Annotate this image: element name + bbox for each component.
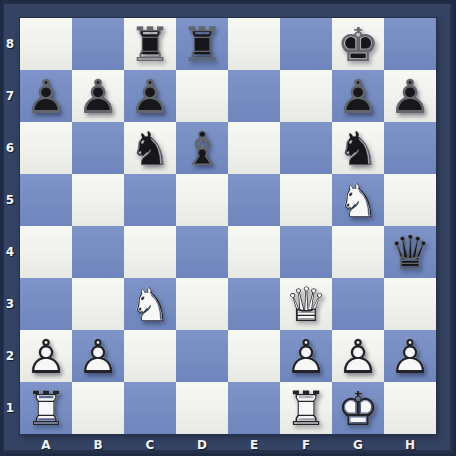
white-pawn[interactable]: ♟♙	[332, 330, 384, 382]
black-bishop-outline-icon: ♗	[176, 122, 228, 174]
file-label-g: G	[332, 434, 384, 456]
black-pawn-outline-icon: ♙	[332, 70, 384, 122]
square-f5[interactable]	[280, 174, 332, 226]
square-c6[interactable]: ♞♘	[124, 122, 176, 174]
square-c7[interactable]: ♟♙	[124, 70, 176, 122]
white-queen-outline-icon: ♕	[280, 278, 332, 330]
square-g6[interactable]: ♞♘	[332, 122, 384, 174]
file-label-e: E	[228, 434, 280, 456]
white-pawn-outline-icon: ♙	[72, 330, 124, 382]
square-e3[interactable]	[228, 278, 280, 330]
black-pawn-outline-icon: ♙	[384, 70, 436, 122]
square-g4[interactable]	[332, 226, 384, 278]
board-frame: 87654321 ABCDEFGH ♜♖♜♖♚♔♟♙♟♙♟♙♟♙♟♙♞♘♝♗♞♘…	[0, 0, 456, 456]
square-f2[interactable]: ♟♙	[280, 330, 332, 382]
rank-label-2: 2	[0, 330, 20, 382]
rank-label-5: 5	[0, 174, 20, 226]
square-a7[interactable]: ♟♙	[20, 70, 72, 122]
square-b6[interactable]	[72, 122, 124, 174]
black-bishop[interactable]: ♝♗	[176, 122, 228, 174]
black-knight-outline-icon: ♘	[332, 122, 384, 174]
black-knight-outline-icon: ♘	[124, 122, 176, 174]
black-knight[interactable]: ♞♘	[332, 122, 384, 174]
white-pawn-outline-icon: ♙	[20, 330, 72, 382]
square-f1[interactable]: ♜♖	[280, 382, 332, 434]
black-queen-outline-icon: ♕	[384, 226, 436, 278]
file-label-c: C	[124, 434, 176, 456]
file-label-b: B	[72, 434, 124, 456]
square-d3[interactable]	[176, 278, 228, 330]
square-h2[interactable]: ♟♙	[384, 330, 436, 382]
square-e4[interactable]	[228, 226, 280, 278]
square-f8[interactable]	[280, 18, 332, 70]
white-knight[interactable]: ♞♘	[124, 278, 176, 330]
square-e6[interactable]	[228, 122, 280, 174]
square-c8[interactable]: ♜♖	[124, 18, 176, 70]
rank-label-3: 3	[0, 278, 20, 330]
black-pawn-outline-icon: ♙	[124, 70, 176, 122]
square-g2[interactable]: ♟♙	[332, 330, 384, 382]
square-f3[interactable]: ♛♕	[280, 278, 332, 330]
square-a3[interactable]	[20, 278, 72, 330]
square-a6[interactable]	[20, 122, 72, 174]
black-pawn-outline-icon: ♙	[20, 70, 72, 122]
square-a8[interactable]	[20, 18, 72, 70]
square-g8[interactable]: ♚♔	[332, 18, 384, 70]
square-a4[interactable]	[20, 226, 72, 278]
square-h8[interactable]	[384, 18, 436, 70]
rank-label-7: 7	[0, 70, 20, 122]
square-e7[interactable]	[228, 70, 280, 122]
square-c2[interactable]	[124, 330, 176, 382]
square-f7[interactable]	[280, 70, 332, 122]
square-a1[interactable]: ♜♖	[20, 382, 72, 434]
square-g5[interactable]: ♞♘	[332, 174, 384, 226]
square-g3[interactable]	[332, 278, 384, 330]
square-e2[interactable]	[228, 330, 280, 382]
square-h5[interactable]	[384, 174, 436, 226]
square-c3[interactable]: ♞♘	[124, 278, 176, 330]
square-h1[interactable]	[384, 382, 436, 434]
square-f6[interactable]	[280, 122, 332, 174]
file-label-h: H	[384, 434, 436, 456]
black-pawn[interactable]: ♟♙	[20, 70, 72, 122]
black-pawn[interactable]: ♟♙	[72, 70, 124, 122]
square-d1[interactable]	[176, 382, 228, 434]
square-d6[interactable]: ♝♗	[176, 122, 228, 174]
square-b8[interactable]	[72, 18, 124, 70]
white-pawn[interactable]: ♟♙	[384, 330, 436, 382]
white-knight-outline-icon: ♘	[124, 278, 176, 330]
black-rook[interactable]: ♜♖	[176, 18, 228, 70]
black-pawn[interactable]: ♟♙	[124, 70, 176, 122]
square-e8[interactable]	[228, 18, 280, 70]
rank-labels: 87654321	[0, 18, 20, 434]
square-h7[interactable]: ♟♙	[384, 70, 436, 122]
black-rook[interactable]: ♜♖	[124, 18, 176, 70]
white-rook-outline-icon: ♖	[280, 382, 332, 434]
white-knight-outline-icon: ♘	[332, 174, 384, 226]
chess-board: ♜♖♜♖♚♔♟♙♟♙♟♙♟♙♟♙♞♘♝♗♞♘♞♘♛♕♞♘♛♕♟♙♟♙♟♙♟♙♟♙…	[20, 18, 436, 434]
square-a2[interactable]: ♟♙	[20, 330, 72, 382]
rank-label-8: 8	[0, 18, 20, 70]
rank-label-6: 6	[0, 122, 20, 174]
black-pawn[interactable]: ♟♙	[384, 70, 436, 122]
black-pawn[interactable]: ♟♙	[332, 70, 384, 122]
white-knight[interactable]: ♞♘	[332, 174, 384, 226]
black-king[interactable]: ♚♔	[332, 18, 384, 70]
black-king-outline-icon: ♔	[332, 18, 384, 70]
file-label-f: F	[280, 434, 332, 456]
square-b4[interactable]	[72, 226, 124, 278]
white-pawn[interactable]: ♟♙	[72, 330, 124, 382]
square-g1[interactable]: ♚♔	[332, 382, 384, 434]
black-rook-outline-icon: ♖	[176, 18, 228, 70]
square-d5[interactable]	[176, 174, 228, 226]
square-g7[interactable]: ♟♙	[332, 70, 384, 122]
white-rook-outline-icon: ♖	[20, 382, 72, 434]
white-rook[interactable]: ♜♖	[20, 382, 72, 434]
square-d4[interactable]	[176, 226, 228, 278]
square-d7[interactable]	[176, 70, 228, 122]
white-pawn[interactable]: ♟♙	[280, 330, 332, 382]
white-rook[interactable]: ♜♖	[280, 382, 332, 434]
rank-label-1: 1	[0, 382, 20, 434]
square-d8[interactable]: ♜♖	[176, 18, 228, 70]
square-c1[interactable]	[124, 382, 176, 434]
rank-label-4: 4	[0, 226, 20, 278]
square-b5[interactable]	[72, 174, 124, 226]
file-label-d: D	[176, 434, 228, 456]
white-king[interactable]: ♚♔	[332, 382, 384, 434]
square-f4[interactable]	[280, 226, 332, 278]
square-b2[interactable]: ♟♙	[72, 330, 124, 382]
square-b7[interactable]: ♟♙	[72, 70, 124, 122]
black-queen[interactable]: ♛♕	[384, 226, 436, 278]
white-pawn-outline-icon: ♙	[280, 330, 332, 382]
square-c5[interactable]	[124, 174, 176, 226]
square-c4[interactable]	[124, 226, 176, 278]
square-e1[interactable]	[228, 382, 280, 434]
white-pawn-outline-icon: ♙	[384, 330, 436, 382]
white-queen[interactable]: ♛♕	[280, 278, 332, 330]
black-pawn-outline-icon: ♙	[72, 70, 124, 122]
square-h6[interactable]	[384, 122, 436, 174]
white-pawn[interactable]: ♟♙	[20, 330, 72, 382]
square-h4[interactable]: ♛♕	[384, 226, 436, 278]
square-b3[interactable]	[72, 278, 124, 330]
file-labels: ABCDEFGH	[20, 434, 436, 456]
black-knight[interactable]: ♞♘	[124, 122, 176, 174]
square-e5[interactable]	[228, 174, 280, 226]
square-d2[interactable]	[176, 330, 228, 382]
square-h3[interactable]	[384, 278, 436, 330]
square-a5[interactable]	[20, 174, 72, 226]
file-label-a: A	[20, 434, 72, 456]
square-b1[interactable]	[72, 382, 124, 434]
white-king-outline-icon: ♔	[332, 382, 384, 434]
black-rook-outline-icon: ♖	[124, 18, 176, 70]
white-pawn-outline-icon: ♙	[332, 330, 384, 382]
